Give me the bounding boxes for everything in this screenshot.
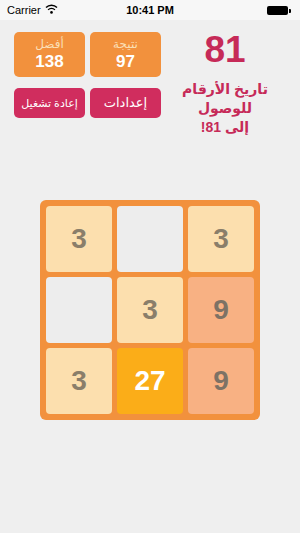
best-score-value: 138 <box>14 51 85 73</box>
tile-3: 3 <box>117 277 183 343</box>
goal-number: 81 <box>162 30 288 70</box>
board[interactable]: 33393279 <box>40 200 260 420</box>
tile-3: 3 <box>46 206 112 272</box>
score-value: 97 <box>90 51 161 73</box>
tile-27: 27 <box>117 348 183 414</box>
wifi-icon <box>45 4 58 16</box>
goal-subtitle-line1: تاريخ الأرقام للوصول <box>162 80 288 118</box>
tile-3: 3 <box>46 348 112 414</box>
goal-header: 81 تاريخ الأرقام للوصول إلى 81! <box>162 30 288 137</box>
best-score-label: أفضل <box>14 37 85 51</box>
settings-button[interactable]: إعدادات <box>90 88 161 118</box>
empty-cell <box>46 277 112 343</box>
best-score-box: أفضل 138 <box>14 32 85 77</box>
goal-subtitle: تاريخ الأرقام للوصول إلى 81! <box>162 80 288 137</box>
tile-9: 9 <box>188 348 254 414</box>
restart-button[interactable]: إعادة تشغيل <box>14 88 85 118</box>
goal-subtitle-line2: إلى 81! <box>162 118 288 137</box>
battery-icon <box>267 6 288 15</box>
app-screen: 10:41 PM Carrier أفضل 138 نتيجة 97 إعادة… <box>0 0 300 533</box>
score-box: نتيجة 97 <box>90 32 161 77</box>
tile-9: 9 <box>188 277 254 343</box>
status-bar: 10:41 PM Carrier <box>0 0 300 20</box>
carrier-label: Carrier <box>7 4 41 16</box>
empty-cell <box>117 206 183 272</box>
tile-3: 3 <box>188 206 254 272</box>
score-label: نتيجة <box>90 37 161 51</box>
